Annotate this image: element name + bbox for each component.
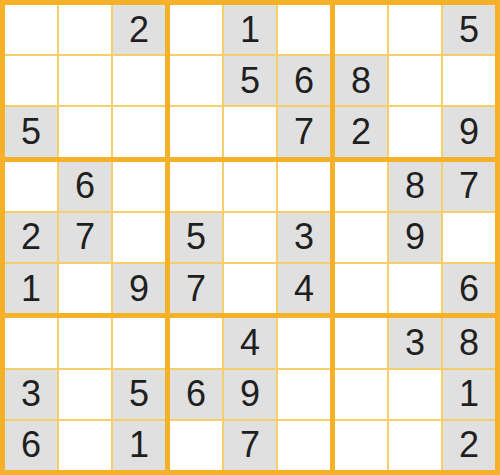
cell-r1c1[interactable] xyxy=(5,5,57,54)
cell-r7c8: 3 xyxy=(389,318,441,367)
cell-r4c8: 8 xyxy=(389,162,441,211)
cell-r1c4[interactable] xyxy=(170,5,222,54)
cell-r7c3[interactable] xyxy=(113,318,165,367)
cell-r2c9[interactable] xyxy=(443,56,495,105)
cell-r6c8[interactable] xyxy=(389,264,441,313)
box-1-3: 5829 xyxy=(335,5,495,157)
cell-r2c1[interactable] xyxy=(5,56,57,105)
cell-r2c7: 8 xyxy=(335,56,387,105)
cell-r6c1: 1 xyxy=(5,264,57,313)
cell-r3c6: 7 xyxy=(278,107,330,156)
cell-r1c6[interactable] xyxy=(278,5,330,54)
cell-r9c2[interactable] xyxy=(59,421,111,470)
cell-r1c5: 1 xyxy=(224,5,276,54)
cell-r4c4[interactable] xyxy=(170,162,222,211)
cell-r8c8[interactable] xyxy=(389,370,441,419)
cell-r7c5: 4 xyxy=(224,318,276,367)
cell-r5c3[interactable] xyxy=(113,213,165,262)
box-2-3: 8796 xyxy=(335,162,495,314)
cell-r6c6: 4 xyxy=(278,264,330,313)
box-2-1: 62719 xyxy=(5,162,165,314)
cell-r4c2: 6 xyxy=(59,162,111,211)
cell-r9c7[interactable] xyxy=(335,421,387,470)
cell-r5c9[interactable] xyxy=(443,213,495,262)
cell-r4c3[interactable] xyxy=(113,162,165,211)
cell-r3c1: 5 xyxy=(5,107,57,156)
box-3-1: 3561 xyxy=(5,318,165,470)
cell-r8c4: 6 xyxy=(170,370,222,419)
cell-r7c6[interactable] xyxy=(278,318,330,367)
cell-r8c9: 1 xyxy=(443,370,495,419)
cell-r5c4: 5 xyxy=(170,213,222,262)
cell-r7c4[interactable] xyxy=(170,318,222,367)
cell-r8c2[interactable] xyxy=(59,370,111,419)
cell-r3c5[interactable] xyxy=(224,107,276,156)
box-3-3: 3812 xyxy=(335,318,495,470)
cell-r6c3: 9 xyxy=(113,264,165,313)
cell-r9c4[interactable] xyxy=(170,421,222,470)
cell-r6c4: 7 xyxy=(170,264,222,313)
cell-r2c3[interactable] xyxy=(113,56,165,105)
cell-r9c1: 6 xyxy=(5,421,57,470)
box-2-2: 5374 xyxy=(170,162,330,314)
cell-r6c2[interactable] xyxy=(59,264,111,313)
cell-r1c9: 5 xyxy=(443,5,495,54)
cell-r5c5[interactable] xyxy=(224,213,276,262)
cell-r7c9: 8 xyxy=(443,318,495,367)
cell-r1c8[interactable] xyxy=(389,5,441,54)
cell-r4c5[interactable] xyxy=(224,162,276,211)
cell-r2c2[interactable] xyxy=(59,56,111,105)
box-3-2: 4697 xyxy=(170,318,330,470)
cell-r3c8[interactable] xyxy=(389,107,441,156)
cell-r6c9: 6 xyxy=(443,264,495,313)
cell-r3c3[interactable] xyxy=(113,107,165,156)
cell-r1c7[interactable] xyxy=(335,5,387,54)
cell-r2c5: 5 xyxy=(224,56,276,105)
cell-r5c8: 9 xyxy=(389,213,441,262)
cell-r7c1[interactable] xyxy=(5,318,57,367)
cell-r4c9: 7 xyxy=(443,162,495,211)
cell-r5c2: 7 xyxy=(59,213,111,262)
cell-r1c2[interactable] xyxy=(59,5,111,54)
cell-r8c7[interactable] xyxy=(335,370,387,419)
box-1-2: 1567 xyxy=(170,5,330,157)
sudoku-board: 25156758296271953748796356146973812 xyxy=(0,0,500,475)
cell-r5c1: 2 xyxy=(5,213,57,262)
cell-r3c9: 9 xyxy=(443,107,495,156)
cell-r4c6[interactable] xyxy=(278,162,330,211)
cell-r2c4[interactable] xyxy=(170,56,222,105)
cell-r8c3: 5 xyxy=(113,370,165,419)
cell-r7c7[interactable] xyxy=(335,318,387,367)
cell-r2c8[interactable] xyxy=(389,56,441,105)
cell-r2c6: 6 xyxy=(278,56,330,105)
cell-r3c7: 2 xyxy=(335,107,387,156)
cell-r9c6[interactable] xyxy=(278,421,330,470)
cell-r8c5: 9 xyxy=(224,370,276,419)
cell-r3c4[interactable] xyxy=(170,107,222,156)
cell-r8c1: 3 xyxy=(5,370,57,419)
cell-r9c5: 7 xyxy=(224,421,276,470)
cell-r7c2[interactable] xyxy=(59,318,111,367)
cell-r6c5[interactable] xyxy=(224,264,276,313)
cell-r3c2[interactable] xyxy=(59,107,111,156)
cell-r8c6[interactable] xyxy=(278,370,330,419)
cell-r9c3: 1 xyxy=(113,421,165,470)
cell-r1c3: 2 xyxy=(113,5,165,54)
cell-r4c1[interactable] xyxy=(5,162,57,211)
cell-r9c9: 2 xyxy=(443,421,495,470)
cell-r6c7[interactable] xyxy=(335,264,387,313)
cell-r5c6: 3 xyxy=(278,213,330,262)
cell-r9c8[interactable] xyxy=(389,421,441,470)
box-1-1: 25 xyxy=(5,5,165,157)
cell-r5c7[interactable] xyxy=(335,213,387,262)
cell-r4c7[interactable] xyxy=(335,162,387,211)
